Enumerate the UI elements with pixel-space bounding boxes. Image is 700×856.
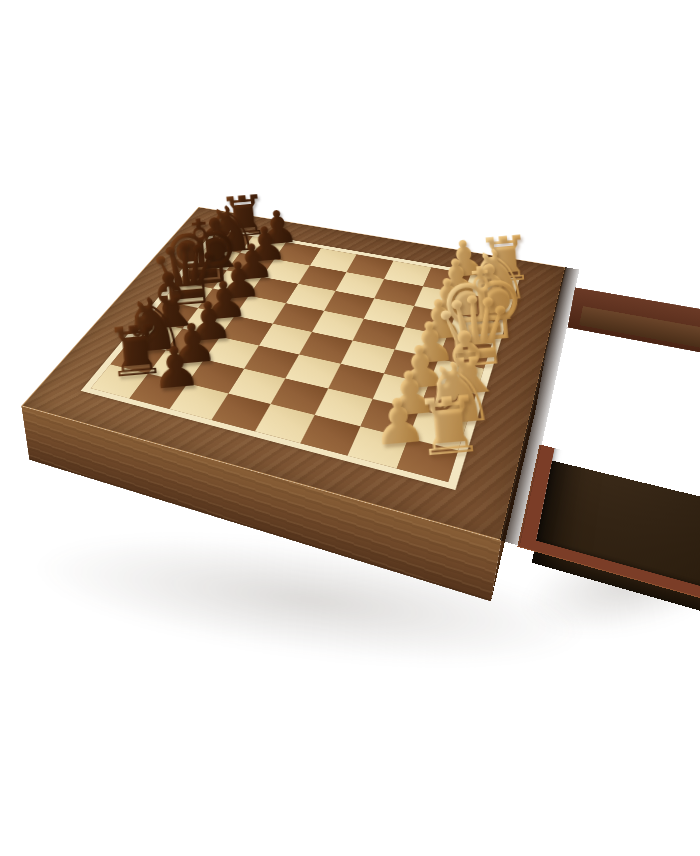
piece-black-pawn: ♟ bbox=[229, 236, 276, 288]
square-f4 bbox=[324, 291, 374, 319]
square-f5 bbox=[286, 284, 336, 311]
camera-tilt-group: ♜♞♝♛♚♝♞♜♟♟♟♟♟♟♟♟♟♟♟♟♟♟♟♟♜♞♝♛♚♝♞♜ bbox=[0, 0, 700, 856]
piece-black-rook: ♜ bbox=[216, 187, 270, 246]
square-h7: ♟ bbox=[240, 236, 286, 259]
chess-set-product-photo: ♜♞♝♛♚♝♞♜♟♟♟♟♟♟♟♟♟♟♟♟♟♟♟♟♜♞♝♛♚♝♞♜ bbox=[0, 0, 700, 856]
square-f8: ♝ bbox=[178, 264, 227, 289]
drawer-inner-wall bbox=[579, 306, 700, 359]
square-d5 bbox=[259, 324, 312, 355]
square-g8: ♞ bbox=[193, 247, 240, 270]
piece-black-knight: ♞ bbox=[199, 195, 261, 263]
square-h4 bbox=[346, 254, 393, 279]
square-g5 bbox=[298, 266, 346, 291]
chess-box-3d: ♜♞♝♛♚♝♞♜♟♟♟♟♟♟♟♟♟♟♟♟♟♟♟♟♜♞♝♛♚♝♞♜ bbox=[21, 207, 566, 541]
square-h6 bbox=[274, 242, 320, 265]
square-e5 bbox=[273, 303, 324, 332]
square-g6 bbox=[262, 259, 310, 284]
piece-black-pawn: ♟ bbox=[148, 338, 203, 398]
piece-white-rook: ♜ bbox=[410, 385, 486, 469]
drawer-end-face bbox=[567, 287, 700, 365]
square-e6 bbox=[235, 296, 286, 324]
square-h5 bbox=[310, 248, 357, 272]
piece-black-pawn: ♟ bbox=[255, 203, 300, 252]
square-g4 bbox=[336, 272, 385, 298]
square-h8: ♜ bbox=[207, 231, 253, 253]
piece-black-pawn: ♟ bbox=[243, 219, 289, 269]
square-g7: ♟ bbox=[227, 253, 274, 277]
piece-black-bishop: ♝ bbox=[182, 208, 250, 282]
square-f6 bbox=[249, 277, 298, 303]
